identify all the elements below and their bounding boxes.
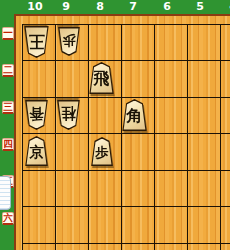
rank-label-4: 四 [2, 138, 14, 151]
board-square[interactable] [122, 25, 155, 62]
board-square[interactable] [155, 25, 188, 62]
board-square[interactable] [188, 171, 221, 208]
board-square[interactable] [122, 171, 155, 208]
board-square[interactable] [23, 171, 56, 208]
board-square[interactable] [188, 207, 221, 244]
board-square[interactable] [221, 98, 230, 135]
piece-sente-pawn-8-4[interactable]: 歩 [90, 137, 114, 166]
piece-kanji: 王 [23, 26, 50, 58]
board-square[interactable] [89, 98, 122, 135]
piece-kanji: 角 [121, 99, 148, 131]
file-label-4: 4 [223, 1, 230, 13]
shogi-board-app: 10 9 8 7 6 5 4 一 二 三 四 五 六 王 歩 飛 香 桂 角 [0, 0, 230, 250]
piece-kanji: 桂 [56, 100, 81, 130]
piece-gote-knight-9-3[interactable]: 桂 [56, 100, 81, 130]
board-square[interactable] [56, 207, 89, 244]
board-square[interactable] [155, 134, 188, 171]
board-grid [22, 24, 230, 250]
board-square[interactable] [188, 244, 221, 250]
board-square[interactable] [89, 244, 122, 250]
board-square[interactable] [155, 244, 188, 250]
board-square[interactable] [122, 134, 155, 171]
file-label-6: 6 [157, 1, 177, 13]
piece-kanji: 歩 [57, 27, 81, 56]
piece-sente-rook-8-2[interactable]: 飛 [88, 62, 115, 94]
file-label-9: 9 [56, 1, 76, 13]
rank-label-3: 三 [2, 101, 14, 114]
piece-kanji: 香 [24, 100, 49, 130]
board-square[interactable] [188, 98, 221, 135]
rank-label-2: 二 [2, 64, 14, 77]
rank-label-6: 六 [2, 212, 14, 225]
piece-kanji: 飛 [88, 62, 115, 94]
board-square[interactable] [221, 244, 230, 250]
board-square[interactable] [155, 171, 188, 208]
file-label-7: 7 [123, 1, 143, 13]
board-square[interactable] [23, 61, 56, 98]
file-label-10: 10 [25, 1, 45, 13]
board-square[interactable] [23, 244, 56, 250]
piece-kanji: 京 [24, 136, 49, 166]
board-square[interactable] [221, 207, 230, 244]
rank-label-1: 一 [2, 27, 14, 40]
piece-sente-bishop-7-3[interactable]: 角 [121, 99, 148, 131]
board-square[interactable] [56, 244, 89, 250]
board-square[interactable] [23, 207, 56, 244]
board-square[interactable] [188, 134, 221, 171]
board-square[interactable] [221, 25, 230, 62]
board-square[interactable] [188, 25, 221, 62]
piece-gote-pawn-9-1[interactable]: 歩 [57, 27, 81, 56]
board-square[interactable] [89, 25, 122, 62]
piece-kanji: 歩 [90, 137, 114, 166]
piece-sente-kyo-10-4[interactable]: 京 [24, 136, 49, 166]
board-square[interactable] [89, 171, 122, 208]
file-label-5: 5 [190, 1, 210, 13]
board-square[interactable] [155, 98, 188, 135]
board-square[interactable] [122, 207, 155, 244]
board-square[interactable] [89, 207, 122, 244]
board-square[interactable] [221, 171, 230, 208]
board-square[interactable] [56, 134, 89, 171]
file-label-8: 8 [90, 1, 110, 13]
board-square[interactable] [56, 61, 89, 98]
board-square[interactable] [155, 207, 188, 244]
board-square[interactable] [221, 61, 230, 98]
board-square[interactable] [56, 171, 89, 208]
board-square[interactable] [155, 61, 188, 98]
board-square[interactable] [122, 61, 155, 98]
tray-fragment [0, 176, 11, 210]
board-square[interactable] [188, 61, 221, 98]
piece-gote-king-10-1[interactable]: 王 [23, 26, 50, 58]
piece-gote-lance-10-3[interactable]: 香 [24, 100, 49, 130]
board-square[interactable] [221, 134, 230, 171]
board-square[interactable] [122, 244, 155, 250]
